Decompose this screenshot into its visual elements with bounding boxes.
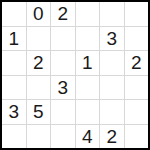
cell-r6c4[interactable]: 4 [76,125,100,149]
cell-r4c1[interactable] [2,76,26,100]
cell-r5c2[interactable]: 5 [27,100,51,124]
cell-r4c2[interactable] [27,76,51,100]
cell-r5c4[interactable] [76,100,100,124]
cell-r1c5[interactable] [100,2,124,26]
cell-r1c3[interactable]: 2 [51,2,75,26]
cell-r6c5[interactable]: 2 [100,125,124,149]
cell-r2c1[interactable]: 1 [2,27,26,51]
cell-r4c5[interactable] [100,76,124,100]
cell-r2c6[interactable] [125,27,149,51]
cell-r5c6[interactable] [125,100,149,124]
cell-r3c6[interactable]: 2 [125,51,149,75]
cell-r3c3[interactable] [51,51,75,75]
cell-r6c2[interactable] [27,125,51,149]
cell-r1c2[interactable]: 0 [27,2,51,26]
cell-r4c4[interactable] [76,76,100,100]
cell-r6c6[interactable] [125,125,149,149]
cell-r2c5[interactable]: 3 [100,27,124,51]
cell-r3c1[interactable] [2,51,26,75]
cell-r1c1[interactable] [2,2,26,26]
cell-r2c2[interactable] [27,27,51,51]
cell-r1c4[interactable] [76,2,100,26]
cell-r4c6[interactable] [125,76,149,100]
puzzle-board: 021321233542 [0,0,150,150]
cell-r6c1[interactable] [2,125,26,149]
cell-r2c4[interactable] [76,27,100,51]
cell-r4c3[interactable]: 3 [51,76,75,100]
cell-r1c6[interactable] [125,2,149,26]
cell-r3c4[interactable]: 1 [76,51,100,75]
cell-r5c3[interactable] [51,100,75,124]
cell-r5c1[interactable]: 3 [2,100,26,124]
cell-r3c5[interactable] [100,51,124,75]
cell-r5c5[interactable] [100,100,124,124]
cell-r2c3[interactable] [51,27,75,51]
cell-r3c2[interactable]: 2 [27,51,51,75]
cell-r6c3[interactable] [51,125,75,149]
